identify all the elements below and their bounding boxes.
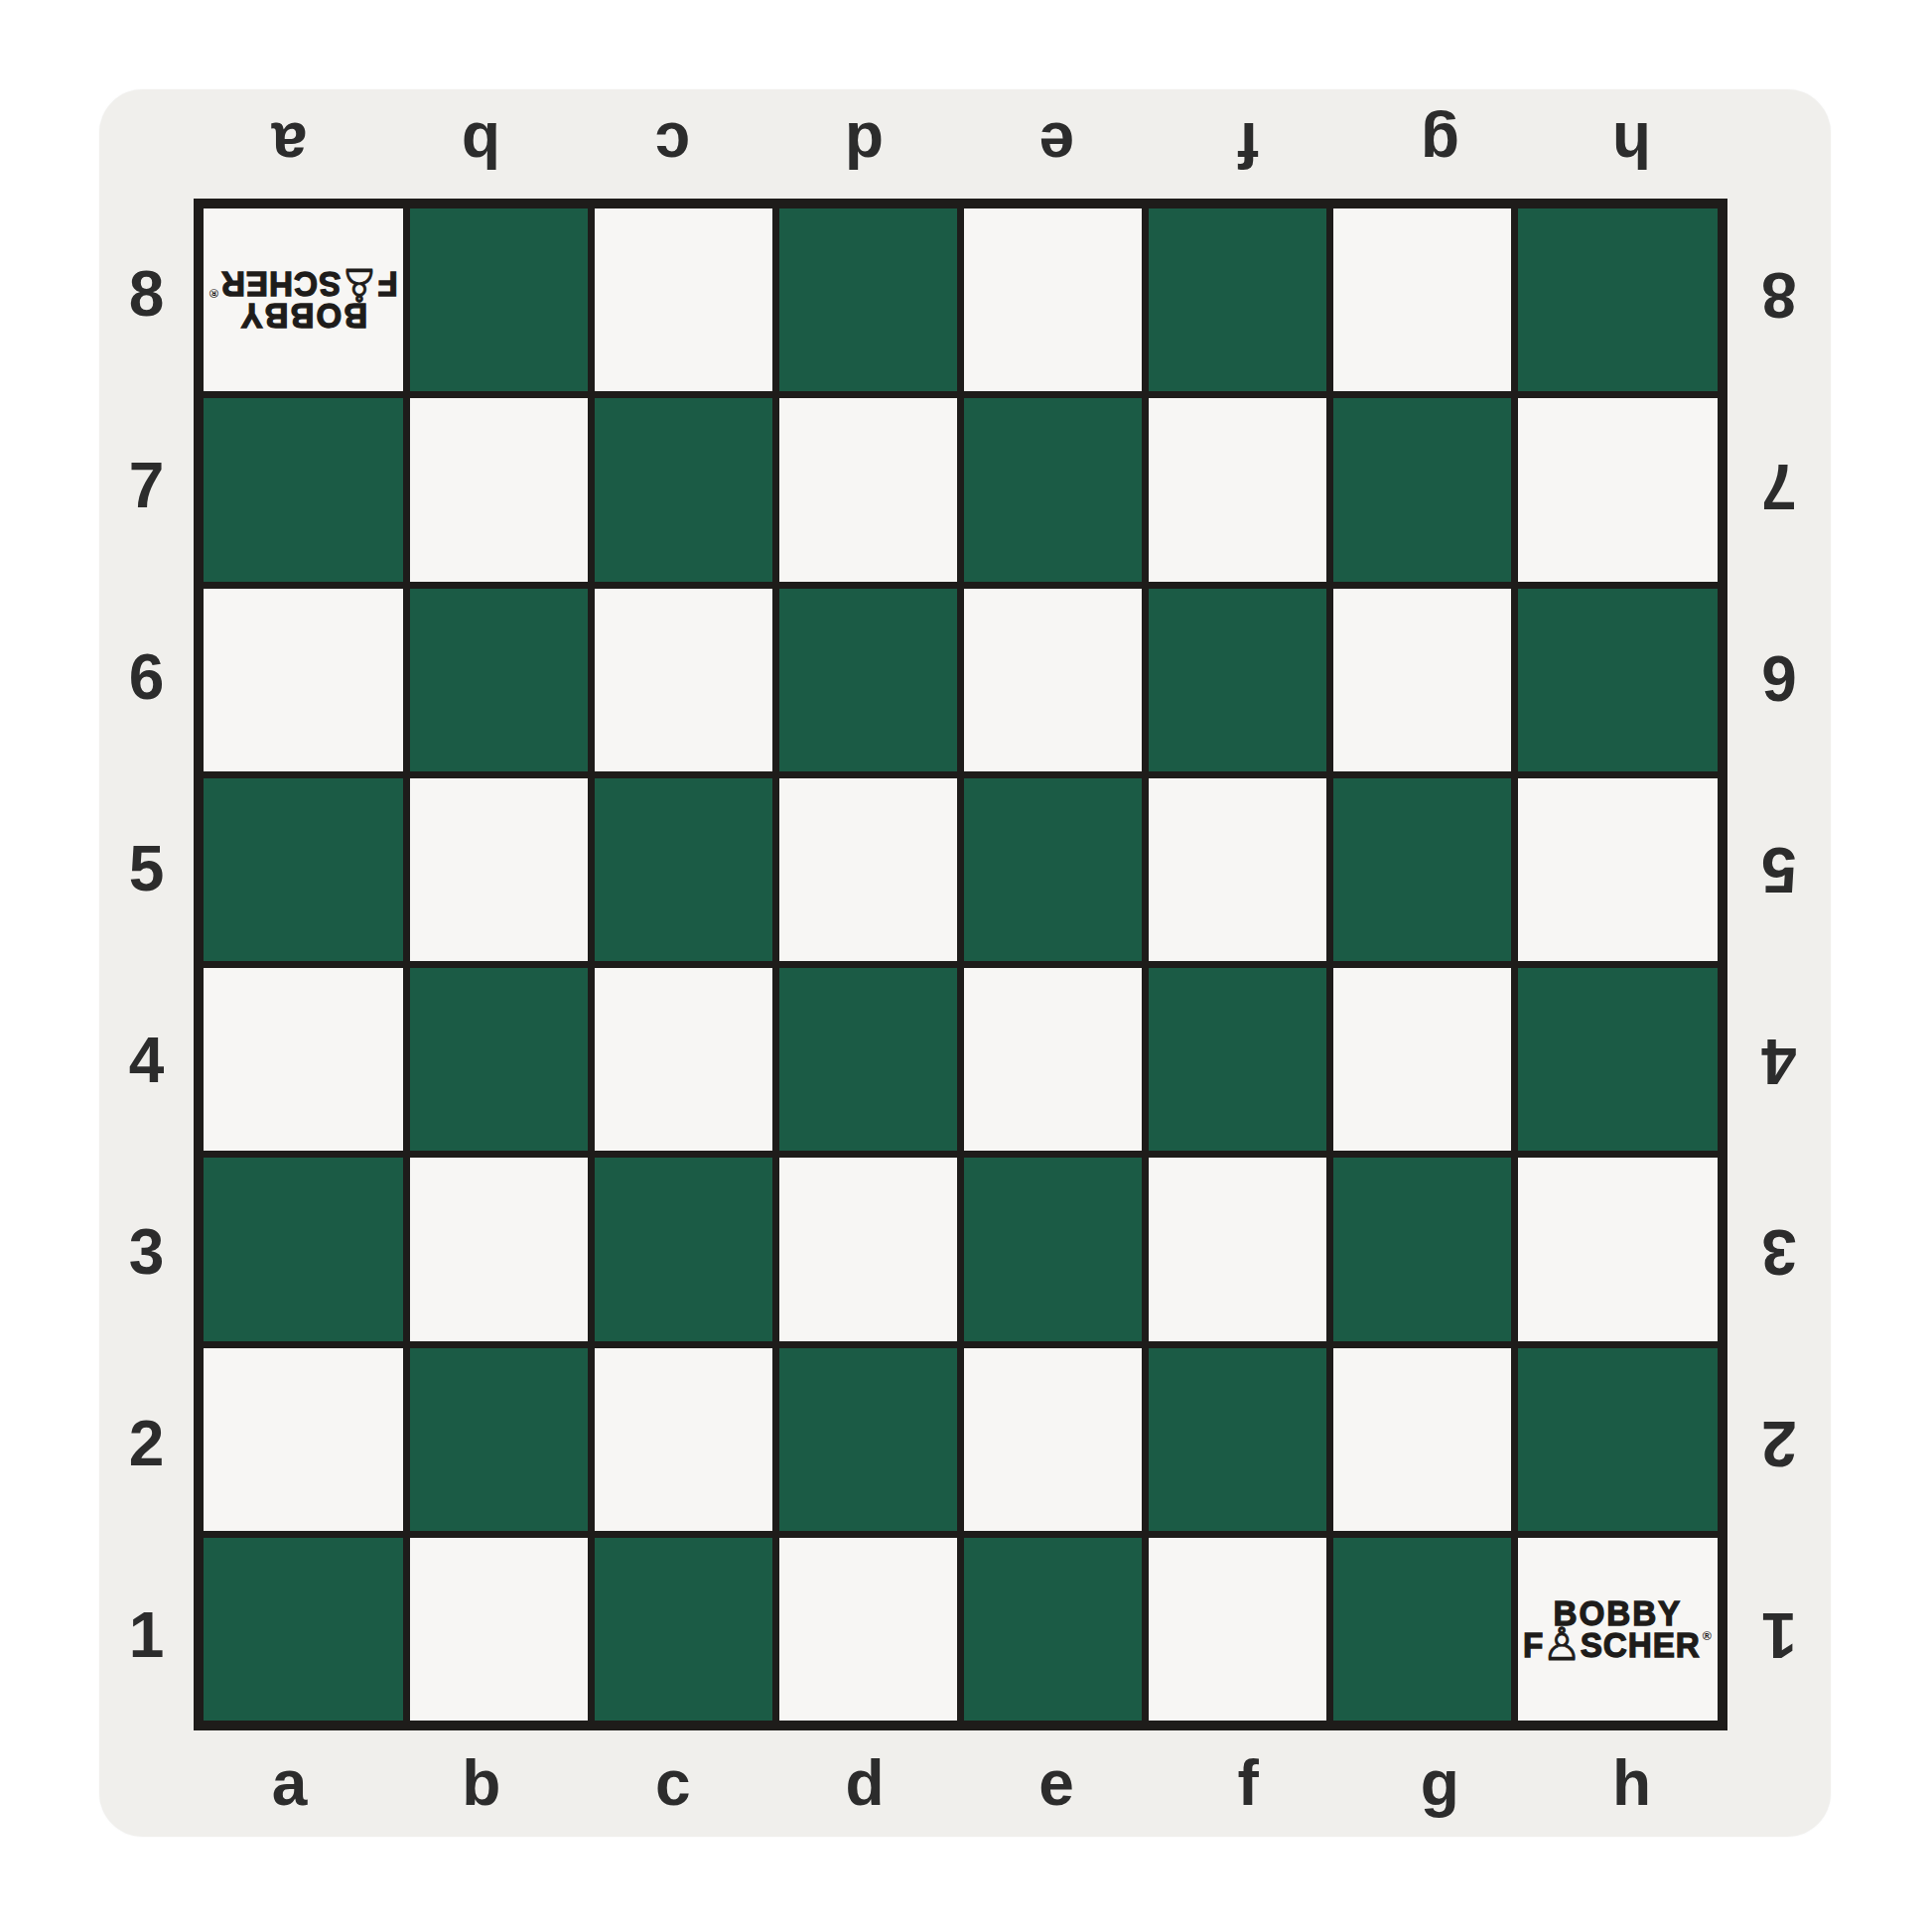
square-d8[interactable]	[779, 208, 957, 391]
logo-line2-suffix: SCHER	[1581, 1627, 1701, 1662]
rank-label-left-3: 3	[99, 1156, 194, 1347]
file-label-bottom-h: h	[1536, 1730, 1727, 1835]
square-a6[interactable]	[204, 589, 403, 771]
file-label-bottom-f: f	[1153, 1730, 1344, 1835]
square-h2[interactable]	[1518, 1348, 1718, 1531]
rank-label-right-4: 4	[1727, 965, 1831, 1157]
square-e5[interactable]	[964, 778, 1142, 961]
board-mat: abcdefgh abcdefgh 87654321 87654321 BOBB…	[99, 89, 1831, 1837]
square-e7[interactable]	[964, 398, 1142, 581]
square-b8[interactable]	[410, 208, 588, 391]
square-c8[interactable]	[595, 208, 772, 391]
square-g1[interactable]	[1333, 1538, 1511, 1721]
file-label-top-d: d	[768, 89, 960, 201]
square-h8[interactable]	[1518, 208, 1718, 391]
file-label-top-b: b	[385, 89, 577, 201]
file-labels-bottom: abcdefgh	[194, 1730, 1727, 1835]
square-a8[interactable]: BOBBYF♙SCHER®	[204, 208, 403, 391]
square-e8[interactable]	[964, 208, 1142, 391]
logo-line2-suffix: SCHER	[220, 267, 341, 302]
square-h5[interactable]	[1518, 778, 1718, 961]
square-b4[interactable]	[410, 968, 588, 1151]
square-d2[interactable]	[779, 1348, 957, 1531]
rank-label-right-5: 5	[1727, 773, 1831, 965]
rank-label-right-1: 1	[1727, 1539, 1831, 1730]
rank-label-right-8: 8	[1727, 199, 1831, 390]
registered-mark-icon: ®	[1703, 1629, 1713, 1642]
rank-labels-right: 87654321	[1727, 199, 1831, 1730]
file-label-bottom-e: e	[961, 1730, 1153, 1835]
square-c6[interactable]	[595, 589, 772, 771]
square-f8[interactable]	[1149, 208, 1326, 391]
square-f7[interactable]	[1149, 398, 1326, 581]
square-b2[interactable]	[410, 1348, 588, 1531]
file-label-top-f: f	[1153, 89, 1344, 201]
square-e2[interactable]	[964, 1348, 1142, 1531]
square-h3[interactable]	[1518, 1158, 1718, 1340]
square-d3[interactable]	[779, 1158, 957, 1340]
square-e4[interactable]	[964, 968, 1142, 1151]
square-g8[interactable]	[1333, 208, 1511, 391]
rank-label-right-2: 2	[1727, 1347, 1831, 1539]
logo-line2-prefix: F	[1523, 1627, 1544, 1662]
square-g5[interactable]	[1333, 778, 1511, 961]
square-b7[interactable]	[410, 398, 588, 581]
file-label-top-c: c	[577, 89, 768, 201]
square-f6[interactable]	[1149, 589, 1326, 771]
rank-label-left-7: 7	[99, 390, 194, 582]
square-f2[interactable]	[1149, 1348, 1326, 1531]
logo-line2: F♙SCHER®	[208, 267, 398, 302]
rank-label-right-7: 7	[1727, 390, 1831, 582]
logo-line2-prefix: F	[376, 267, 397, 302]
rank-label-left-6: 6	[99, 582, 194, 773]
square-a3[interactable]	[204, 1158, 403, 1340]
bobby-fischer-logo-rotated: BOBBYF♙SCHER®	[208, 267, 398, 334]
square-f1[interactable]	[1149, 1538, 1326, 1721]
square-b5[interactable]	[410, 778, 588, 961]
logo-line2: F♙SCHER®	[1523, 1627, 1713, 1662]
square-c1[interactable]	[595, 1538, 772, 1721]
square-d6[interactable]	[779, 589, 957, 771]
square-d7[interactable]	[779, 398, 957, 581]
square-g2[interactable]	[1333, 1348, 1511, 1531]
square-a2[interactable]	[204, 1348, 403, 1531]
rank-label-right-6: 6	[1727, 582, 1831, 773]
file-label-bottom-c: c	[577, 1730, 768, 1835]
bobby-fischer-logo: BOBBYF♙SCHER®	[1523, 1595, 1713, 1662]
square-e3[interactable]	[964, 1158, 1142, 1340]
file-label-bottom-g: g	[1344, 1730, 1536, 1835]
square-a7[interactable]	[204, 398, 403, 581]
square-a4[interactable]	[204, 968, 403, 1151]
square-g3[interactable]	[1333, 1158, 1511, 1340]
square-d5[interactable]	[779, 778, 957, 961]
square-f4[interactable]	[1149, 968, 1326, 1151]
rank-label-left-4: 4	[99, 965, 194, 1157]
file-label-bottom-d: d	[768, 1730, 960, 1835]
file-label-top-a: a	[194, 89, 385, 201]
square-c3[interactable]	[595, 1158, 772, 1340]
file-label-top-g: g	[1344, 89, 1536, 201]
square-f5[interactable]	[1149, 778, 1326, 961]
square-b1[interactable]	[410, 1538, 588, 1721]
square-a5[interactable]	[204, 778, 403, 961]
square-f3[interactable]	[1149, 1158, 1326, 1340]
square-h4[interactable]	[1518, 968, 1718, 1151]
square-e6[interactable]	[964, 589, 1142, 771]
square-h1[interactable]: BOBBYF♙SCHER®	[1518, 1538, 1718, 1721]
registered-mark-icon: ®	[208, 287, 218, 300]
square-g4[interactable]	[1333, 968, 1511, 1151]
rank-label-left-2: 2	[99, 1347, 194, 1539]
rank-labels-left: 87654321	[99, 199, 194, 1730]
square-c5[interactable]	[595, 778, 772, 961]
rank-label-left-5: 5	[99, 773, 194, 965]
file-label-bottom-b: b	[385, 1730, 577, 1835]
chess-board: BOBBYF♙SCHER®BOBBYF♙SCHER®	[194, 199, 1727, 1730]
file-label-top-e: e	[961, 89, 1153, 201]
file-label-bottom-a: a	[194, 1730, 385, 1835]
square-d1[interactable]	[779, 1538, 957, 1721]
file-labels-top: abcdefgh	[194, 89, 1727, 201]
file-label-top-h: h	[1536, 89, 1727, 201]
square-a1[interactable]	[204, 1538, 403, 1721]
square-c4[interactable]	[595, 968, 772, 1151]
square-h7[interactable]	[1518, 398, 1718, 581]
rank-label-left-8: 8	[99, 199, 194, 390]
rank-label-left-1: 1	[99, 1539, 194, 1730]
square-b3[interactable]	[410, 1158, 588, 1340]
rank-label-right-3: 3	[1727, 1156, 1831, 1347]
square-g7[interactable]	[1333, 398, 1511, 581]
square-c7[interactable]	[595, 398, 772, 581]
square-d4[interactable]	[779, 968, 957, 1151]
square-e1[interactable]	[964, 1538, 1142, 1721]
square-g6[interactable]	[1333, 589, 1511, 771]
square-c2[interactable]	[595, 1348, 772, 1531]
square-b6[interactable]	[410, 589, 588, 771]
square-h6[interactable]	[1518, 589, 1718, 771]
